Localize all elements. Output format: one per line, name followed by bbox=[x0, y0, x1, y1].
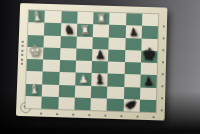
square-g6[interactable] bbox=[125, 38, 142, 51]
chessboard-mat: ✦ ♝♜♞♜♟♚♟♚♟♝♟♝♞ bbox=[16, 3, 167, 120]
square-f6[interactable] bbox=[109, 37, 126, 50]
square-f1[interactable] bbox=[107, 98, 124, 111]
square-f3[interactable] bbox=[108, 74, 125, 87]
brand-text-strip bbox=[20, 41, 23, 67]
square-d2[interactable] bbox=[75, 85, 92, 98]
square-g3[interactable] bbox=[124, 74, 141, 87]
square-c3[interactable] bbox=[59, 72, 76, 85]
square-c2[interactable] bbox=[58, 84, 75, 97]
square-f8[interactable] bbox=[109, 13, 126, 26]
square-c5[interactable] bbox=[60, 48, 77, 61]
square-d5[interactable] bbox=[76, 48, 93, 61]
square-g4[interactable] bbox=[124, 62, 141, 75]
square-b3[interactable] bbox=[42, 72, 59, 85]
piece-white-king-a5[interactable]: ♚ bbox=[28, 43, 43, 59]
square-a4[interactable] bbox=[27, 59, 44, 72]
border-coordinate-marks-right bbox=[161, 15, 165, 112]
square-f4[interactable] bbox=[108, 62, 125, 75]
piece-black-bishop-e3[interactable]: ♝ bbox=[93, 72, 106, 86]
square-b6[interactable] bbox=[44, 35, 61, 48]
square-a7[interactable] bbox=[28, 22, 45, 35]
piece-black-knight-c7[interactable]: ♞ bbox=[63, 23, 74, 35]
piece-white-bishop-a8[interactable]: ♝ bbox=[30, 9, 43, 23]
square-h4[interactable] bbox=[140, 63, 157, 76]
square-a1[interactable] bbox=[25, 96, 42, 109]
square-d6[interactable] bbox=[76, 36, 93, 49]
piece-white-rook-e8[interactable]: ♜ bbox=[96, 12, 107, 24]
square-b2[interactable] bbox=[42, 84, 59, 97]
piece-black-pawn-h3[interactable]: ♟ bbox=[143, 75, 153, 86]
piece-black-pawn-e5[interactable]: ♟ bbox=[95, 49, 105, 60]
square-d4[interactable] bbox=[75, 60, 92, 73]
square-g8[interactable] bbox=[126, 13, 143, 26]
square-e7[interactable] bbox=[93, 24, 110, 37]
square-f2[interactable] bbox=[107, 86, 124, 99]
square-b5[interactable] bbox=[43, 47, 60, 60]
square-c6[interactable] bbox=[60, 36, 77, 49]
border-coordinate-marks-bottom bbox=[26, 112, 155, 118]
square-b1[interactable] bbox=[42, 96, 59, 109]
piece-black-pawn-g7[interactable]: ♟ bbox=[129, 27, 139, 38]
square-f5[interactable] bbox=[108, 49, 125, 62]
piece-black-king-h5[interactable]: ♚ bbox=[141, 46, 157, 63]
square-h8[interactable] bbox=[142, 14, 159, 27]
square-g5[interactable] bbox=[125, 50, 142, 63]
piece-white-bishop-a2[interactable]: ♝ bbox=[28, 82, 41, 96]
square-e1[interactable] bbox=[90, 98, 107, 111]
square-b7[interactable] bbox=[44, 23, 61, 36]
photo-background: ✦ ♝♜♞♜♟♚♟♚♟♝♟♝♞ bbox=[0, 0, 200, 134]
square-e2[interactable] bbox=[91, 86, 108, 99]
square-h1[interactable] bbox=[139, 99, 156, 112]
square-b4[interactable] bbox=[43, 59, 60, 72]
piece-white-pawn-d3[interactable]: ♟ bbox=[78, 73, 88, 85]
square-d1[interactable] bbox=[74, 97, 91, 110]
square-h7[interactable] bbox=[141, 26, 158, 39]
square-c1[interactable] bbox=[58, 97, 75, 110]
square-c4[interactable] bbox=[59, 60, 76, 73]
piece-white-rook-d7[interactable]: ♜ bbox=[79, 24, 91, 37]
square-f7[interactable] bbox=[109, 25, 126, 38]
square-b8[interactable] bbox=[45, 11, 62, 24]
playing-area: ♝♜♞♜♟♚♟♚♟♝♟♝♞ bbox=[25, 10, 158, 112]
square-h2[interactable] bbox=[140, 87, 157, 100]
